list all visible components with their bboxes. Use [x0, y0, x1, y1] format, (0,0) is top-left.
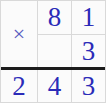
- cell-product-tens: 4: [37, 70, 71, 102]
- cell-multiplicand-ones: 1: [71, 1, 105, 35]
- cell-multiplicand-tens: 8: [37, 1, 71, 35]
- cell-product-hundreds: 2: [1, 70, 37, 102]
- multiplication-grid: × 8 1 3 2 4 3: [0, 0, 106, 103]
- cell-product-ones: 3: [71, 70, 105, 102]
- cell-multiplier-ones: 3: [71, 35, 105, 67]
- cell-multiplier-blank: [37, 35, 71, 67]
- operator-multiply-sign: ×: [1, 1, 37, 67]
